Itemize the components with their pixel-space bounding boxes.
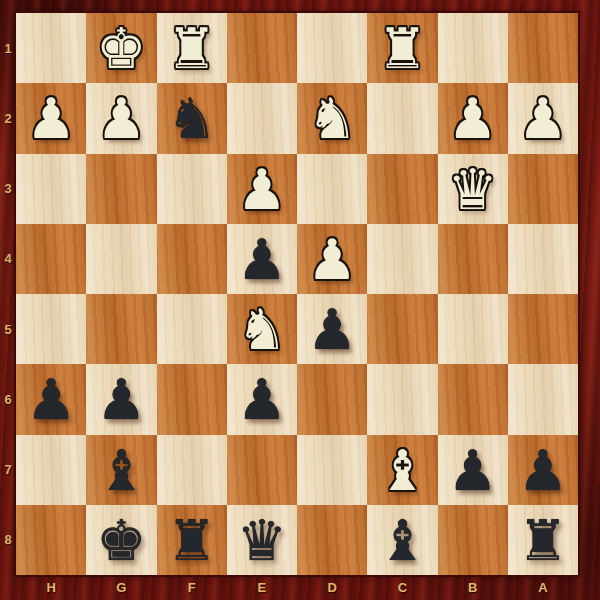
square-f7[interactable] — [157, 435, 227, 505]
rank-label-2: 2 — [0, 83, 16, 153]
rank-label-5: 5 — [0, 294, 16, 364]
white-pawn[interactable]: ♟ — [307, 232, 357, 288]
file-label-c: C — [367, 575, 437, 600]
square-h5[interactable] — [16, 294, 86, 364]
square-h4[interactable] — [16, 224, 86, 294]
square-b5[interactable] — [438, 294, 508, 364]
square-b2[interactable]: ♟ — [438, 83, 508, 153]
rank-labels: 12345678 — [0, 13, 16, 575]
square-e6[interactable]: ♟ — [227, 364, 297, 434]
white-rook[interactable]: ♜ — [377, 21, 427, 77]
square-b8[interactable] — [438, 505, 508, 575]
square-a2[interactable]: ♟ — [508, 83, 578, 153]
square-e4[interactable]: ♟ — [227, 224, 297, 294]
square-f3[interactable] — [157, 154, 227, 224]
square-e2[interactable] — [227, 83, 297, 153]
black-rook[interactable]: ♜ — [167, 513, 217, 569]
black-pawn[interactable]: ♟ — [237, 372, 287, 428]
black-pawn[interactable]: ♟ — [448, 443, 498, 499]
file-labels: HGFEDCBA — [16, 575, 578, 600]
square-h6[interactable]: ♟ — [16, 364, 86, 434]
file-label-g: G — [86, 575, 156, 600]
white-pawn[interactable]: ♟ — [448, 91, 498, 147]
square-c6[interactable] — [367, 364, 437, 434]
black-pawn[interactable]: ♟ — [518, 443, 568, 499]
black-king[interactable]: ♚ — [96, 513, 146, 569]
square-g1[interactable]: ♚ — [86, 13, 156, 83]
black-pawn[interactable]: ♟ — [307, 302, 357, 358]
white-pawn[interactable]: ♟ — [26, 91, 76, 147]
square-c5[interactable] — [367, 294, 437, 364]
rank-label-6: 6 — [0, 364, 16, 434]
rank-label-4: 4 — [0, 224, 16, 294]
square-a6[interactable] — [508, 364, 578, 434]
square-e3[interactable]: ♟ — [227, 154, 297, 224]
black-bishop[interactable]: ♝ — [377, 513, 427, 569]
square-d5[interactable]: ♟ — [297, 294, 367, 364]
white-knight[interactable]: ♞ — [307, 91, 357, 147]
square-e7[interactable] — [227, 435, 297, 505]
square-c8[interactable]: ♝ — [367, 505, 437, 575]
file-label-a: A — [508, 575, 578, 600]
square-f5[interactable] — [157, 294, 227, 364]
square-h1[interactable] — [16, 13, 86, 83]
square-g3[interactable] — [86, 154, 156, 224]
square-c7[interactable]: ♝ — [367, 435, 437, 505]
rank-label-1: 1 — [0, 13, 16, 83]
file-label-f: F — [157, 575, 227, 600]
white-king[interactable]: ♚ — [96, 21, 146, 77]
square-d8[interactable] — [297, 505, 367, 575]
square-f1[interactable]: ♜ — [157, 13, 227, 83]
square-h8[interactable] — [16, 505, 86, 575]
square-c3[interactable] — [367, 154, 437, 224]
black-knight[interactable]: ♞ — [167, 91, 217, 147]
black-pawn[interactable]: ♟ — [96, 372, 146, 428]
square-a7[interactable]: ♟ — [508, 435, 578, 505]
square-c2[interactable] — [367, 83, 437, 153]
square-d1[interactable] — [297, 13, 367, 83]
square-d7[interactable] — [297, 435, 367, 505]
white-queen[interactable]: ♛ — [448, 162, 498, 218]
square-a4[interactable] — [508, 224, 578, 294]
black-queen[interactable]: ♛ — [237, 513, 287, 569]
rank-label-7: 7 — [0, 435, 16, 505]
square-g6[interactable]: ♟ — [86, 364, 156, 434]
square-a1[interactable] — [508, 13, 578, 83]
square-d4[interactable]: ♟ — [297, 224, 367, 294]
square-f4[interactable] — [157, 224, 227, 294]
white-pawn[interactable]: ♟ — [96, 91, 146, 147]
square-g4[interactable] — [86, 224, 156, 294]
square-a5[interactable] — [508, 294, 578, 364]
square-c1[interactable]: ♜ — [367, 13, 437, 83]
square-a8[interactable]: ♜ — [508, 505, 578, 575]
white-bishop[interactable]: ♝ — [377, 443, 427, 499]
square-h2[interactable]: ♟ — [16, 83, 86, 153]
square-g2[interactable]: ♟ — [86, 83, 156, 153]
square-d2[interactable]: ♞ — [297, 83, 367, 153]
black-pawn[interactable]: ♟ — [26, 372, 76, 428]
white-pawn[interactable]: ♟ — [518, 91, 568, 147]
rank-label-8: 8 — [0, 505, 16, 575]
black-bishop[interactable]: ♝ — [96, 443, 146, 499]
chess-board-frame: 12345678 ♚♜♜♟♟♞♞♟♟♟♛♟♟♞♟♟♟♟♝♝♟♟♚♜♛♝♜ HGF… — [0, 0, 600, 600]
square-f8[interactable]: ♜ — [157, 505, 227, 575]
square-g8[interactable]: ♚ — [86, 505, 156, 575]
square-f2[interactable]: ♞ — [157, 83, 227, 153]
square-g7[interactable]: ♝ — [86, 435, 156, 505]
square-b4[interactable] — [438, 224, 508, 294]
square-f6[interactable] — [157, 364, 227, 434]
square-b6[interactable] — [438, 364, 508, 434]
file-label-h: H — [16, 575, 86, 600]
file-label-b: B — [438, 575, 508, 600]
rank-label-3: 3 — [0, 154, 16, 224]
square-c4[interactable] — [367, 224, 437, 294]
square-e8[interactable]: ♛ — [227, 505, 297, 575]
white-knight[interactable]: ♞ — [237, 302, 287, 358]
white-rook[interactable]: ♜ — [167, 21, 217, 77]
square-h3[interactable] — [16, 154, 86, 224]
black-pawn[interactable]: ♟ — [237, 232, 287, 288]
square-b3[interactable]: ♛ — [438, 154, 508, 224]
square-d6[interactable] — [297, 364, 367, 434]
square-g5[interactable] — [86, 294, 156, 364]
square-d3[interactable] — [297, 154, 367, 224]
white-pawn[interactable]: ♟ — [237, 162, 287, 218]
square-a3[interactable] — [508, 154, 578, 224]
square-b1[interactable] — [438, 13, 508, 83]
square-b7[interactable]: ♟ — [438, 435, 508, 505]
square-e1[interactable] — [227, 13, 297, 83]
square-e5[interactable]: ♞ — [227, 294, 297, 364]
file-label-d: D — [297, 575, 367, 600]
black-rook[interactable]: ♜ — [518, 513, 568, 569]
square-h7[interactable] — [16, 435, 86, 505]
file-label-e: E — [227, 575, 297, 600]
board: ♚♜♜♟♟♞♞♟♟♟♛♟♟♞♟♟♟♟♝♝♟♟♚♜♛♝♜ — [16, 13, 578, 575]
